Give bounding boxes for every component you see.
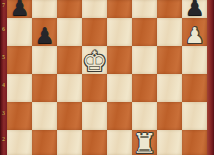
square-f5[interactable] [132,46,157,74]
square-f4[interactable] [132,74,157,102]
square-g2[interactable] [157,130,182,155]
square-h6[interactable]: ♟ [182,18,207,46]
square-g3[interactable] [157,102,182,130]
square-e2[interactable] [107,130,132,155]
square-b6[interactable]: ♟ [32,18,57,46]
rank-label-2: 2 [0,136,7,143]
square-a3[interactable] [7,102,32,130]
square-d4[interactable] [82,74,107,102]
square-e3[interactable] [107,102,132,130]
chess-board: 765432 ♟♟♟♟♚♜ [0,0,214,155]
square-f3[interactable] [132,102,157,130]
piece-black-pawn: ♟ [185,0,205,19]
square-c4[interactable] [57,74,82,102]
square-a5[interactable] [7,46,32,74]
square-f2[interactable]: ♜ [132,130,157,155]
square-b2[interactable] [32,130,57,155]
square-c6[interactable] [57,18,82,46]
board-left-border: 765432 [0,0,7,155]
board-right-border [207,0,214,155]
square-h3[interactable] [182,102,207,130]
square-d2[interactable] [82,130,107,155]
square-c7[interactable] [57,0,82,18]
square-h5[interactable] [182,46,207,74]
square-b4[interactable] [32,74,57,102]
square-c5[interactable] [57,46,82,74]
square-a2[interactable] [7,130,32,155]
square-c2[interactable] [57,130,82,155]
square-a4[interactable] [7,74,32,102]
square-d6[interactable] [82,18,107,46]
square-h4[interactable] [182,74,207,102]
square-e7[interactable] [107,0,132,18]
square-f7[interactable] [132,0,157,18]
piece-black-pawn: ♟ [10,0,30,19]
square-g7[interactable] [157,0,182,18]
square-b5[interactable] [32,46,57,74]
square-d7[interactable] [82,0,107,18]
board-squares: ♟♟♟♟♚♜ [7,0,207,155]
square-d5[interactable]: ♚ [82,46,107,74]
square-e4[interactable] [107,74,132,102]
rank-label-4: 4 [0,82,7,89]
rank-label-3: 3 [0,110,7,117]
piece-white-pawn: ♟ [185,25,205,47]
square-d3[interactable] [82,102,107,130]
square-e5[interactable] [107,46,132,74]
square-b3[interactable] [32,102,57,130]
rank-label-7: 7 [0,2,7,9]
square-g5[interactable] [157,46,182,74]
square-g6[interactable] [157,18,182,46]
piece-white-king: ♚ [82,48,107,76]
square-b7[interactable] [32,0,57,18]
square-e6[interactable] [107,18,132,46]
piece-white-rook: ♜ [132,130,156,155]
rank-label-5: 5 [0,54,7,61]
square-f6[interactable] [132,18,157,46]
square-h7[interactable]: ♟ [182,0,207,18]
square-g4[interactable] [157,74,182,102]
square-c3[interactable] [57,102,82,130]
square-a6[interactable] [7,18,32,46]
piece-black-pawn: ♟ [35,25,55,47]
square-a7[interactable]: ♟ [7,0,32,18]
square-h2[interactable] [182,130,207,155]
rank-label-6: 6 [0,26,7,33]
